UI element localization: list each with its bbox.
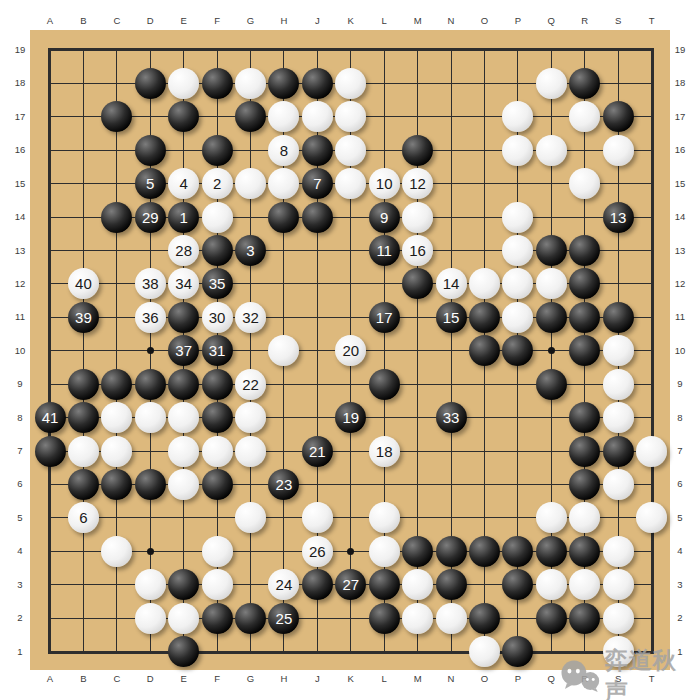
stone-black-O11 <box>469 302 500 333</box>
stone-white-O1 <box>469 636 500 667</box>
stone-white-J17 <box>302 101 333 132</box>
coord-label-left: 19 <box>8 44 32 56</box>
stone-black-D15-move-5: 5 <box>135 168 166 199</box>
coord-label-top: K <box>339 15 363 27</box>
stone-black-D9 <box>135 369 166 400</box>
stone-black-E14-move-1: 1 <box>168 202 199 233</box>
coord-label-left: 14 <box>8 211 32 223</box>
stone-white-M13-move-16: 16 <box>402 235 433 266</box>
stone-black-B8 <box>68 402 99 433</box>
star-point-D4 <box>147 548 154 555</box>
coord-label-top: F <box>205 15 229 27</box>
stone-black-P4 <box>502 536 533 567</box>
stone-black-Q9 <box>536 369 567 400</box>
coord-label-right: 7 <box>668 445 692 457</box>
coord-label-left: 1 <box>8 646 32 658</box>
coord-label-left: 18 <box>8 77 32 89</box>
coord-label-bottom: J <box>305 673 329 685</box>
stone-black-S11 <box>603 302 634 333</box>
coord-label-top: N <box>439 15 463 27</box>
stone-white-Q18 <box>536 68 567 99</box>
stone-black-Q4 <box>536 536 567 567</box>
stone-black-C9 <box>101 369 132 400</box>
stone-white-P14 <box>502 202 533 233</box>
coord-label-bottom: P <box>506 673 530 685</box>
coord-label-top: R <box>573 15 597 27</box>
coord-label-top: L <box>372 15 396 27</box>
stone-white-L15-move-10: 10 <box>369 168 400 199</box>
coord-label-top: T <box>640 15 664 27</box>
stone-white-S4 <box>603 536 634 567</box>
coord-label-left: 15 <box>8 178 32 190</box>
coord-label-left: 8 <box>8 412 32 424</box>
coord-label-bottom: G <box>239 673 263 685</box>
coord-label-top: C <box>105 15 129 27</box>
stone-white-M14 <box>402 202 433 233</box>
stone-white-E13-move-28: 28 <box>168 235 199 266</box>
stone-black-S7 <box>603 436 634 467</box>
coord-label-right: 6 <box>668 478 692 490</box>
stone-black-E9 <box>168 369 199 400</box>
stone-white-Q16 <box>536 135 567 166</box>
coord-label-right: 8 <box>668 412 692 424</box>
stone-white-S2 <box>603 603 634 634</box>
coord-label-bottom: B <box>71 673 95 685</box>
coord-label-right: 12 <box>668 278 692 290</box>
stone-black-M16 <box>402 135 433 166</box>
stone-white-S8 <box>603 402 634 433</box>
stone-white-Q5 <box>536 502 567 533</box>
coord-label-top: Q <box>539 15 563 27</box>
stone-black-G13-move-3: 3 <box>235 235 266 266</box>
stone-black-F10-move-31: 31 <box>202 335 233 366</box>
stone-black-D14-move-29: 29 <box>135 202 166 233</box>
stone-black-S17 <box>603 101 634 132</box>
coord-label-top: O <box>472 15 496 27</box>
coord-label-right: 5 <box>668 512 692 524</box>
coord-label-bottom: L <box>372 673 396 685</box>
coord-label-right: 14 <box>668 211 692 223</box>
stone-black-R2 <box>569 603 600 634</box>
grid-line-horizontal <box>50 451 652 452</box>
watermark: 弈道秋声 <box>560 645 700 700</box>
stone-white-C7 <box>101 436 132 467</box>
coord-label-top: H <box>272 15 296 27</box>
coord-label-left: 7 <box>8 445 32 457</box>
stone-black-Q2 <box>536 603 567 634</box>
stone-black-Q13 <box>536 235 567 266</box>
stone-white-D11-move-36: 36 <box>135 302 166 333</box>
stone-black-D18 <box>135 68 166 99</box>
stone-white-P16 <box>502 135 533 166</box>
coord-label-right: 19 <box>668 44 692 56</box>
stone-white-S16 <box>603 135 634 166</box>
stone-black-R6 <box>569 469 600 500</box>
stone-black-F6 <box>202 469 233 500</box>
stone-black-H2-move-25: 25 <box>268 603 299 634</box>
coord-label-right: 15 <box>668 178 692 190</box>
coord-label-top: J <box>305 15 329 27</box>
coord-label-right: 10 <box>668 345 692 357</box>
stone-black-J7-move-21: 21 <box>302 436 333 467</box>
coord-label-bottom: M <box>406 673 430 685</box>
stone-white-G9-move-22: 22 <box>235 369 266 400</box>
stone-white-E2 <box>168 603 199 634</box>
coord-label-top: A <box>38 15 62 27</box>
coord-label-right: 9 <box>668 378 692 390</box>
stone-white-L5 <box>369 502 400 533</box>
coord-label-left: 4 <box>8 545 32 557</box>
stone-white-F7 <box>202 436 233 467</box>
coord-label-left: 12 <box>8 278 32 290</box>
stone-white-N12-move-14: 14 <box>436 268 467 299</box>
stone-white-F4 <box>202 536 233 567</box>
stone-white-D12-move-38: 38 <box>135 268 166 299</box>
coord-label-left: 6 <box>8 478 32 490</box>
coord-label-left: 11 <box>8 311 32 323</box>
stone-black-N3 <box>436 569 467 600</box>
stone-white-D2 <box>135 603 166 634</box>
stone-black-A8-move-41: 41 <box>35 402 66 433</box>
stone-black-F12-move-35: 35 <box>202 268 233 299</box>
stone-white-D3 <box>135 569 166 600</box>
stone-white-G15 <box>235 168 266 199</box>
stone-black-M4 <box>402 536 433 567</box>
stone-black-R4 <box>569 536 600 567</box>
coord-label-bottom: F <box>205 673 229 685</box>
coord-label-right: 13 <box>668 245 692 257</box>
stone-white-T7 <box>636 436 667 467</box>
stone-black-F2 <box>202 603 233 634</box>
stone-black-Q11 <box>536 302 567 333</box>
stone-black-L13-move-11: 11 <box>369 235 400 266</box>
stone-white-F3 <box>202 569 233 600</box>
coord-label-bottom: O <box>472 673 496 685</box>
stone-black-J15-move-7: 7 <box>302 168 333 199</box>
stone-black-L9 <box>369 369 400 400</box>
coord-label-left: 16 <box>8 144 32 156</box>
star-point-D10 <box>147 347 154 354</box>
stone-black-A7 <box>35 436 66 467</box>
stone-black-F16 <box>202 135 233 166</box>
stone-black-D6 <box>135 469 166 500</box>
stone-black-O2 <box>469 603 500 634</box>
stone-white-G11-move-32: 32 <box>235 302 266 333</box>
grid-line-vertical <box>651 50 652 652</box>
coord-label-bottom: A <box>38 673 62 685</box>
stone-black-N4 <box>436 536 467 567</box>
coord-label-right: 2 <box>668 612 692 624</box>
coord-label-right: 3 <box>668 579 692 591</box>
stone-black-R11 <box>569 302 600 333</box>
stone-white-L4 <box>369 536 400 567</box>
stone-black-G2 <box>235 603 266 634</box>
stone-white-H16-move-8: 8 <box>268 135 299 166</box>
stone-white-E18 <box>168 68 199 99</box>
coord-label-right: 18 <box>668 77 692 89</box>
stone-white-S10 <box>603 335 634 366</box>
coord-label-left: 17 <box>8 111 32 123</box>
stone-black-L11-move-17: 17 <box>369 302 400 333</box>
stone-black-R18 <box>569 68 600 99</box>
stone-white-K16 <box>335 135 366 166</box>
stone-black-L14-move-9: 9 <box>369 202 400 233</box>
stone-white-L7-move-18: 18 <box>369 436 400 467</box>
coord-label-top: G <box>239 15 263 27</box>
stone-black-J16 <box>302 135 333 166</box>
stone-black-L3 <box>369 569 400 600</box>
stone-black-J18 <box>302 68 333 99</box>
coord-label-left: 3 <box>8 579 32 591</box>
stone-white-E7 <box>168 436 199 467</box>
stone-black-S14-move-13: 13 <box>603 202 634 233</box>
stone-black-J3 <box>302 569 333 600</box>
stone-white-F11-move-30: 30 <box>202 302 233 333</box>
stone-white-S3 <box>603 569 634 600</box>
stone-black-O4 <box>469 536 500 567</box>
stone-white-K18 <box>335 68 366 99</box>
stone-black-B6 <box>68 469 99 500</box>
coord-label-left: 2 <box>8 612 32 624</box>
coord-label-top: E <box>172 15 196 27</box>
stone-black-H14 <box>268 202 299 233</box>
stone-white-G18 <box>235 68 266 99</box>
stone-white-D8 <box>135 402 166 433</box>
coord-label-bottom: N <box>439 673 463 685</box>
go-diagram: 弈道秋声 AA1919BB1818CC1717DD1616EE1515FF141… <box>0 0 700 700</box>
coord-label-bottom: K <box>339 673 363 685</box>
coord-label-bottom: H <box>272 673 296 685</box>
stone-white-J4-move-26: 26 <box>302 536 333 567</box>
coord-label-top: B <box>71 15 95 27</box>
stone-black-C14 <box>101 202 132 233</box>
stone-black-N11-move-15: 15 <box>436 302 467 333</box>
stone-black-F18 <box>202 68 233 99</box>
stone-black-F13 <box>202 235 233 266</box>
watermark-text: 弈道秋声 <box>605 645 700 700</box>
coord-label-left: 9 <box>8 378 32 390</box>
stone-white-S6 <box>603 469 634 500</box>
stone-black-L2 <box>369 603 400 634</box>
coord-label-left: 10 <box>8 345 32 357</box>
coord-label-left: 5 <box>8 512 32 524</box>
coord-label-right: 16 <box>668 144 692 156</box>
stone-black-B11-move-39: 39 <box>68 302 99 333</box>
coord-label-bottom: E <box>172 673 196 685</box>
stone-black-J14 <box>302 202 333 233</box>
coord-label-right: 17 <box>668 111 692 123</box>
coord-label-right: 11 <box>668 311 692 323</box>
stone-black-O10 <box>469 335 500 366</box>
coord-label-left: 13 <box>8 245 32 257</box>
stone-white-S9 <box>603 369 634 400</box>
stone-black-E11 <box>168 302 199 333</box>
stone-black-N8-move-33: 33 <box>436 402 467 433</box>
wechat-icon <box>560 660 600 693</box>
stone-white-E6 <box>168 469 199 500</box>
coord-label-top: P <box>506 15 530 27</box>
stone-black-R7 <box>569 436 600 467</box>
coord-label-bottom: C <box>105 673 129 685</box>
stone-white-F14 <box>202 202 233 233</box>
stone-white-G7 <box>235 436 266 467</box>
stone-white-N2 <box>436 603 467 634</box>
coord-label-top: M <box>406 15 430 27</box>
coord-label-top: D <box>138 15 162 27</box>
stone-white-B7 <box>68 436 99 467</box>
coord-label-bottom: D <box>138 673 162 685</box>
stone-black-B9 <box>68 369 99 400</box>
stone-black-E1 <box>168 636 199 667</box>
stone-white-G8 <box>235 402 266 433</box>
stone-black-D16 <box>135 135 166 166</box>
stone-black-F9 <box>202 369 233 400</box>
stone-white-Q3 <box>536 569 567 600</box>
stone-white-M2 <box>402 603 433 634</box>
stone-white-C4 <box>101 536 132 567</box>
coord-label-right: 4 <box>668 545 692 557</box>
stone-black-F8 <box>202 402 233 433</box>
stone-white-F15-move-2: 2 <box>202 168 233 199</box>
coord-label-top: S <box>606 15 630 27</box>
